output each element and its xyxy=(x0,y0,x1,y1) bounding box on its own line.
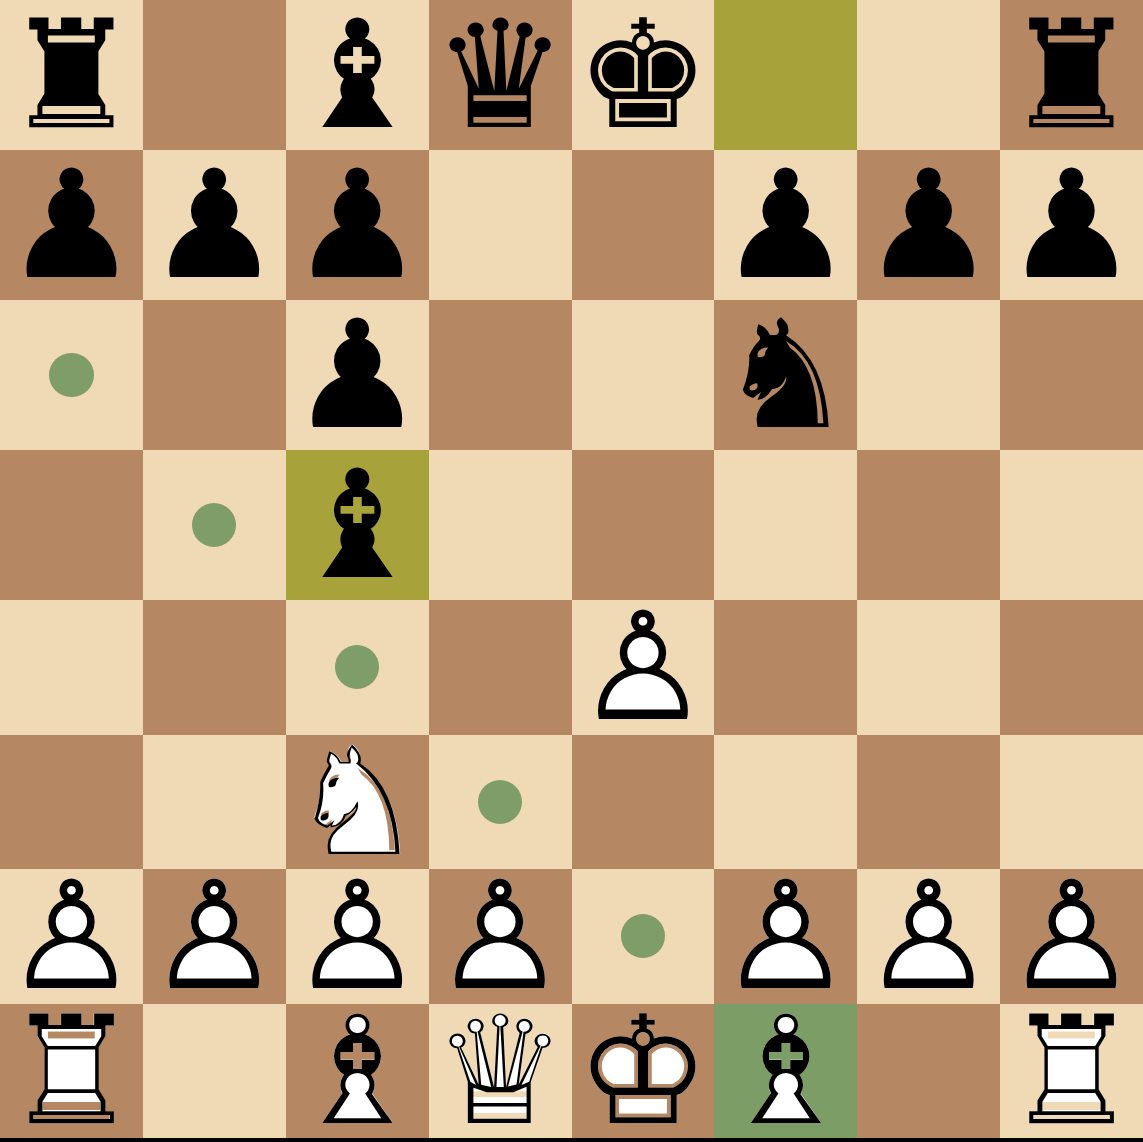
piece-outline: ♗ xyxy=(286,1004,429,1139)
square-d5[interactable] xyxy=(429,450,572,600)
piece-white-king[interactable]: ♚ ♔ xyxy=(572,1004,715,1139)
square-e6[interactable] xyxy=(572,300,715,450)
piece-black-bishop[interactable]: ♝ xyxy=(286,0,429,150)
square-e4[interactable]: ♟ ♙ xyxy=(572,600,715,735)
piece-black-pawn[interactable]: ♟ xyxy=(143,150,286,300)
square-e7[interactable] xyxy=(572,150,715,300)
piece-outline: ♗ xyxy=(714,1004,857,1139)
piece-outline: ♙ xyxy=(857,869,1000,1004)
square-b6[interactable] xyxy=(143,300,286,450)
page-background-strip xyxy=(0,1138,1143,1142)
piece-white-pawn[interactable]: ♟ ♙ xyxy=(572,600,715,735)
piece-white-bishop[interactable]: ♝ ♗ xyxy=(286,1004,429,1139)
square-f1-selected[interactable]: ♝ ♗ xyxy=(714,1004,857,1139)
piece-black-pawn[interactable]: ♟ xyxy=(286,150,429,300)
square-f4[interactable] xyxy=(714,600,857,735)
move-hint-dot xyxy=(478,780,522,824)
square-f7[interactable]: ♟ xyxy=(714,150,857,300)
square-c6[interactable]: ♟ xyxy=(286,300,429,450)
square-f5[interactable] xyxy=(714,450,857,600)
move-hint-dot xyxy=(192,503,236,547)
move-hint-dot xyxy=(335,645,379,689)
piece-black-king[interactable]: ♚ xyxy=(572,0,715,150)
square-d1[interactable]: ♛ ♕ xyxy=(429,1004,572,1139)
piece-outline: ♙ xyxy=(143,869,286,1004)
square-h1[interactable]: ♜ ♖ xyxy=(1000,1004,1143,1139)
piece-black-pawn[interactable]: ♟ xyxy=(286,300,429,450)
piece-white-pawn[interactable]: ♟ ♙ xyxy=(143,869,286,1004)
square-b2[interactable]: ♟ ♙ xyxy=(143,869,286,1004)
square-g5[interactable] xyxy=(857,450,1000,600)
square-g2[interactable]: ♟ ♙ xyxy=(857,869,1000,1004)
piece-black-queen[interactable]: ♛ xyxy=(429,0,572,150)
square-f6[interactable]: ♞ xyxy=(714,300,857,450)
piece-black-pawn[interactable]: ♟ xyxy=(1000,150,1143,300)
piece-outline: ♕ xyxy=(429,1004,572,1139)
square-h5[interactable] xyxy=(1000,450,1143,600)
piece-white-queen[interactable]: ♛ ♕ xyxy=(429,1004,572,1139)
square-e3[interactable] xyxy=(572,735,715,870)
square-d8[interactable]: ♛ xyxy=(429,0,572,150)
piece-black-rook[interactable]: ♜ xyxy=(0,0,143,150)
move-hint-dot xyxy=(621,914,665,958)
piece-white-rook[interactable]: ♜ ♖ xyxy=(1000,1004,1143,1139)
square-c1[interactable]: ♝ ♗ xyxy=(286,1004,429,1139)
square-g8[interactable] xyxy=(857,0,1000,150)
square-a5[interactable] xyxy=(0,450,143,600)
piece-black-pawn[interactable]: ♟ xyxy=(714,150,857,300)
square-d4[interactable] xyxy=(429,600,572,735)
square-d6[interactable] xyxy=(429,300,572,450)
square-h8[interactable]: ♜ xyxy=(1000,0,1143,150)
piece-black-bishop[interactable]: ♝ xyxy=(286,450,429,600)
square-g7[interactable]: ♟ xyxy=(857,150,1000,300)
square-e5[interactable] xyxy=(572,450,715,600)
piece-outline: ♖ xyxy=(0,1004,143,1139)
square-a7[interactable]: ♟ xyxy=(0,150,143,300)
piece-black-pawn[interactable]: ♟ xyxy=(857,150,1000,300)
piece-outline: ♙ xyxy=(572,600,715,735)
square-h6[interactable] xyxy=(1000,300,1143,450)
square-b7[interactable]: ♟ xyxy=(143,150,286,300)
square-d7[interactable] xyxy=(429,150,572,300)
square-h4[interactable] xyxy=(1000,600,1143,735)
piece-white-bishop[interactable]: ♝ ♗ xyxy=(714,1004,857,1139)
piece-black-pawn[interactable]: ♟ xyxy=(0,150,143,300)
square-h7[interactable]: ♟ xyxy=(1000,150,1143,300)
piece-outline: ♔ xyxy=(572,1004,715,1139)
square-b5-move-hint[interactable] xyxy=(143,450,286,600)
square-c8[interactable]: ♝ xyxy=(286,0,429,150)
square-a8[interactable]: ♜ xyxy=(0,0,143,150)
square-a1[interactable]: ♜ ♖ xyxy=(0,1004,143,1139)
piece-black-rook[interactable]: ♜ xyxy=(1000,0,1143,150)
square-g1[interactable] xyxy=(857,1004,1000,1139)
piece-outline: ♖ xyxy=(1000,1004,1143,1139)
square-a6-move-hint[interactable] xyxy=(0,300,143,450)
piece-black-knight[interactable]: ♞ xyxy=(714,300,857,450)
square-e1[interactable]: ♚ ♔ xyxy=(572,1004,715,1139)
square-f8-last-move-from[interactable] xyxy=(714,0,857,150)
chess-board: ♜ ♝ ♛ ♚ ♜ ♟ ♟ ♟ ♟ ♟ ♟ ♟ ♞ xyxy=(0,0,1143,1138)
move-hint-dot xyxy=(49,353,93,397)
square-a4[interactable] xyxy=(0,600,143,735)
square-g4[interactable] xyxy=(857,600,1000,735)
square-b1[interactable] xyxy=(143,1004,286,1139)
square-g6[interactable] xyxy=(857,300,1000,450)
square-c5-last-move-to[interactable]: ♝ xyxy=(286,450,429,600)
square-b4[interactable] xyxy=(143,600,286,735)
square-c7[interactable]: ♟ xyxy=(286,150,429,300)
piece-white-pawn[interactable]: ♟ ♙ xyxy=(857,869,1000,1004)
piece-white-rook[interactable]: ♜ ♖ xyxy=(0,1004,143,1139)
square-b8[interactable] xyxy=(143,0,286,150)
square-e8[interactable]: ♚ xyxy=(572,0,715,150)
